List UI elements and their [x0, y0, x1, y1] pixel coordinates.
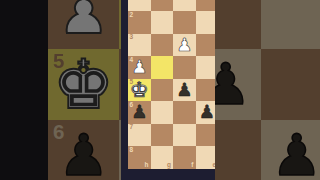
- rank-label-7: 7: [130, 124, 134, 131]
- square-h6[interactable]: 6♟: [128, 101, 151, 124]
- square-h4[interactable]: 4♟: [128, 56, 151, 79]
- square-e2[interactable]: [196, 11, 216, 34]
- square-f2[interactable]: [173, 11, 196, 34]
- square-e3[interactable]: [196, 34, 216, 57]
- square-f4[interactable]: [173, 56, 196, 79]
- square-g2[interactable]: [151, 11, 174, 34]
- square-g7[interactable]: [151, 124, 174, 147]
- square-f5[interactable]: ♟: [173, 79, 196, 102]
- file-label-e: e: [212, 162, 215, 169]
- white-king-icon[interactable]: ♚: [128, 79, 151, 102]
- square-g1[interactable]: [151, 0, 174, 11]
- chess-board: 123♟4♟5♚♟6♟♟78hgfe: [128, 0, 215, 169]
- white-pawn-icon: ♟: [48, 0, 119, 49]
- square-g8[interactable]: g: [151, 146, 174, 169]
- square-e5[interactable]: [196, 79, 216, 102]
- square-g3[interactable]: [151, 34, 174, 57]
- rank-label-2: 2: [130, 12, 134, 19]
- square-g6[interactable]: [151, 101, 174, 124]
- square-e5: [261, 49, 320, 120]
- file-label-h: h: [145, 162, 149, 169]
- square-e4: [261, 0, 320, 49]
- file-label-g: g: [167, 162, 171, 169]
- square-f3[interactable]: ♟: [173, 34, 196, 57]
- square-h5: 5♚: [48, 49, 119, 120]
- square-e1[interactable]: [196, 0, 216, 11]
- square-e6: ♟: [261, 120, 320, 180]
- square-h7[interactable]: 7: [128, 124, 151, 147]
- black-pawn-icon: ♟: [261, 120, 320, 180]
- white-pawn-icon[interactable]: ♟: [128, 56, 151, 79]
- white-pawn-icon[interactable]: ♟: [173, 34, 196, 57]
- square-e4[interactable]: [196, 56, 216, 79]
- square-f6[interactable]: [173, 101, 196, 124]
- square-f7[interactable]: [173, 124, 196, 147]
- video-frame: 123♟4♟5♚♟6♟♟78hgfe 123♟4♟5♚♟6♟♟78hgfe: [0, 0, 320, 180]
- square-f8[interactable]: f: [173, 146, 196, 169]
- square-e7[interactable]: [196, 124, 216, 147]
- square-h4: 4♟: [48, 0, 119, 49]
- square-g5[interactable]: [151, 79, 174, 102]
- square-e8[interactable]: e: [196, 146, 216, 169]
- square-h6: 6♟: [48, 120, 119, 180]
- square-h3[interactable]: 3: [128, 34, 151, 57]
- black-pawn-icon[interactable]: ♟: [196, 101, 216, 124]
- square-h1[interactable]: 1: [128, 0, 151, 11]
- square-f1[interactable]: [173, 0, 196, 11]
- black-pawn-icon[interactable]: ♟: [128, 101, 151, 124]
- rank-label-3: 3: [130, 34, 134, 41]
- square-h2[interactable]: 2: [128, 11, 151, 34]
- black-pawn-icon: ♟: [48, 120, 119, 180]
- square-g4[interactable]: [151, 56, 174, 79]
- square-e6[interactable]: ♟: [196, 101, 216, 124]
- file-label-f: f: [191, 162, 193, 169]
- black-pawn-icon[interactable]: ♟: [173, 79, 196, 102]
- video-strip: 123♟4♟5♚♟6♟♟78hgfe: [121, 0, 215, 180]
- rank-label-8: 8: [130, 147, 134, 154]
- white-king-icon: ♚: [48, 49, 119, 120]
- square-h5[interactable]: 5♚: [128, 79, 151, 102]
- square-h8[interactable]: 8h: [128, 146, 151, 169]
